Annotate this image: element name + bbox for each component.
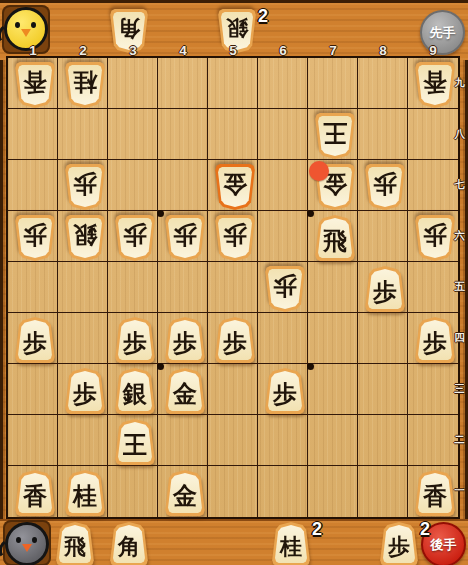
koma-kanji: 銀 [114, 368, 156, 414]
koma-kanji: 歩 [164, 215, 206, 261]
koma-kanji: 桂 [64, 470, 106, 516]
koma-kanji: 王 [114, 419, 156, 465]
koma-香-f1r1[interactable]: 香 [14, 62, 56, 108]
last-move-marker [309, 161, 329, 181]
koma-金-f5r3[interactable]: 金 [214, 164, 256, 210]
koma-kanji: 角 [109, 9, 149, 53]
koma-kanji: 銀 [64, 215, 106, 261]
koma-kanji: 香 [14, 62, 56, 108]
board-pieces-layer: 香桂香王歩金金歩歩銀歩歩歩飛歩歩歩歩歩歩歩歩歩銀金歩王香桂金香 [8, 58, 458, 517]
hoshi-star [157, 363, 164, 370]
hoshi-star [307, 363, 314, 370]
bottom-bar-gote: 飛角桂2歩2 後手 [0, 519, 468, 565]
koma-歩-f5r4[interactable]: 歩 [214, 215, 256, 261]
koma-kanji: 歩 [114, 317, 156, 363]
koma-歩-f8r3[interactable]: 歩 [364, 164, 406, 210]
koma-kanji: 香 [414, 470, 456, 516]
koma-kanji: 歩 [364, 164, 406, 210]
koma-kanji: 金 [164, 368, 206, 414]
koma-歩-f9r4[interactable]: 歩 [414, 215, 456, 261]
koma-kanji: 歩 [164, 317, 206, 363]
koma-歩-f6r7[interactable]: 歩 [264, 368, 306, 414]
top-bar-sente: 角銀2 先手 [0, 0, 468, 60]
koma-kanji: 飛 [55, 522, 95, 565]
koma-王-f7r2[interactable]: 王 [314, 113, 356, 159]
koma-歩-f4r4[interactable]: 歩 [164, 215, 206, 261]
hand-koma-飛[interactable]: 飛 [55, 522, 95, 565]
koma-歩-f2r7[interactable]: 歩 [64, 368, 106, 414]
hand-count: 2 [258, 6, 268, 27]
koma-歩-f6r5[interactable]: 歩 [264, 266, 306, 312]
koma-kanji: 飛 [314, 215, 356, 261]
koma-kanji: 王 [314, 113, 356, 159]
koma-金-f4r9[interactable]: 金 [164, 470, 206, 516]
hand-koma-歩[interactable]: 歩 [379, 522, 419, 565]
koma-歩-f8r5[interactable]: 歩 [364, 266, 406, 312]
koma-kanji: 香 [14, 470, 56, 516]
koma-kanji: 金 [164, 470, 206, 516]
hand-count: 2 [420, 519, 430, 540]
koma-kanji: 桂 [271, 522, 311, 565]
koma-歩-f4r6[interactable]: 歩 [164, 317, 206, 363]
koma-飛-f7r4[interactable]: 飛 [314, 215, 356, 261]
koma-歩-f5r6[interactable]: 歩 [214, 317, 256, 363]
hoshi-star [307, 210, 314, 217]
sente-hand: 角銀2 [0, 3, 468, 60]
hand-koma-桂[interactable]: 桂 [271, 522, 311, 565]
koma-kanji: 歩 [379, 522, 419, 565]
koma-金-f4r7[interactable]: 金 [164, 368, 206, 414]
koma-王-f3r8[interactable]: 王 [114, 419, 156, 465]
koma-香-f9r1[interactable]: 香 [414, 62, 456, 108]
koma-kanji: 歩 [264, 266, 306, 312]
hand-koma-角[interactable]: 角 [109, 9, 149, 53]
hoshi-star [157, 210, 164, 217]
koma-kanji: 角 [109, 522, 149, 565]
shogi-app: 角銀2 先手 123456789 九八七六五四三二一 香桂香王歩金金歩歩銀歩歩歩… [0, 0, 468, 565]
shogi-board: 香桂香王歩金金歩歩銀歩歩歩飛歩歩歩歩歩歩歩歩歩銀金歩王香桂金香 [6, 56, 460, 519]
koma-歩-f3r6[interactable]: 歩 [114, 317, 156, 363]
koma-kanji: 歩 [64, 368, 106, 414]
koma-銀-f2r4[interactable]: 銀 [64, 215, 106, 261]
koma-kanji: 歩 [214, 317, 256, 363]
koma-kanji: 歩 [64, 164, 106, 210]
hand-koma-銀[interactable]: 銀 [217, 9, 257, 53]
koma-kanji: 銀 [217, 9, 257, 53]
koma-kanji: 歩 [364, 266, 406, 312]
koma-kanji: 香 [414, 62, 456, 108]
koma-歩-f1r4[interactable]: 歩 [14, 215, 56, 261]
koma-桂-f2r9[interactable]: 桂 [64, 470, 106, 516]
hand-koma-角[interactable]: 角 [109, 522, 149, 565]
koma-歩-f9r6[interactable]: 歩 [414, 317, 456, 363]
sente-badge: 先手 [420, 10, 465, 55]
koma-kanji: 桂 [64, 62, 106, 108]
koma-香-f9r9[interactable]: 香 [414, 470, 456, 516]
koma-kanji: 歩 [114, 215, 156, 261]
koma-kanji: 歩 [414, 317, 456, 363]
koma-桂-f2r1[interactable]: 桂 [64, 62, 106, 108]
koma-歩-f3r4[interactable]: 歩 [114, 215, 156, 261]
koma-kanji: 歩 [14, 215, 56, 261]
koma-歩-f2r3[interactable]: 歩 [64, 164, 106, 210]
koma-kanji: 歩 [264, 368, 306, 414]
koma-kanji: 歩 [414, 215, 456, 261]
koma-kanji: 歩 [214, 215, 256, 261]
koma-銀-f3r7[interactable]: 銀 [114, 368, 156, 414]
koma-kanji: 金 [214, 164, 256, 210]
koma-歩-f1r6[interactable]: 歩 [14, 317, 56, 363]
hand-count: 2 [312, 519, 322, 540]
koma-kanji: 歩 [14, 317, 56, 363]
koma-香-f1r9[interactable]: 香 [14, 470, 56, 516]
gote-hand: 飛角桂2歩2 [0, 521, 468, 565]
